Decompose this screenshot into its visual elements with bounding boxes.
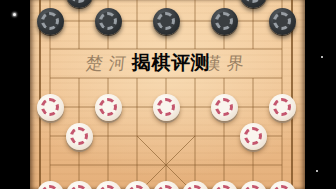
hidden-red-piece[interactable] [95,94,122,121]
hidden-red-piece[interactable] [37,94,64,121]
hidden-red-piece[interactable] [66,123,93,150]
river-label-han-jie: 漢界 [203,52,251,74]
hidden-red-piece[interactable] [211,94,238,121]
video-caption: 揭棋评测 [132,50,210,76]
hidden-black-piece[interactable] [211,8,238,35]
xiangqi-board: 楚河 漢界 [30,0,305,189]
dust-speck [316,170,318,172]
video-frame: 楚河 漢界 揭棋评测 [0,0,336,189]
hidden-black-piece[interactable] [269,8,296,35]
hidden-red-piece[interactable] [153,94,180,121]
river-label-chu-he: 楚河 [85,52,133,74]
hidden-red-piece[interactable] [240,123,267,150]
hidden-black-piece[interactable] [153,8,180,35]
hidden-black-piece[interactable] [37,8,64,35]
dust-speck [13,13,16,16]
hidden-black-piece[interactable] [95,8,122,35]
hidden-red-piece[interactable] [269,94,296,121]
dust-speck [321,56,323,58]
